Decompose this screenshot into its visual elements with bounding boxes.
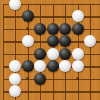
white-stone[interactable]: [9, 85, 21, 97]
intersection-8-0[interactable]: [96, 0, 100, 10]
white-stone[interactable]: [72, 60, 84, 72]
intersection-3-8[interactable]: [34, 97, 47, 100]
intersection-4-2[interactable]: [46, 22, 59, 35]
intersection-4-3[interactable]: [46, 35, 59, 48]
black-stone[interactable]: [59, 35, 71, 47]
star-point: [76, 77, 79, 80]
intersection-8-7[interactable]: [96, 85, 100, 98]
intersection-3-2[interactable]: [34, 22, 47, 35]
intersection-8-4[interactable]: [96, 47, 100, 60]
intersection-2-8[interactable]: [21, 97, 34, 100]
black-stone[interactable]: [59, 48, 71, 60]
black-stone[interactable]: [34, 48, 46, 60]
intersection-8-6[interactable]: [96, 72, 100, 85]
intersection-1-8[interactable]: [9, 97, 22, 100]
intersection-6-6[interactable]: [71, 72, 84, 85]
intersection-0-0[interactable]: [0, 0, 9, 10]
intersection-8-5[interactable]: [96, 60, 100, 73]
intersection-4-4[interactable]: [46, 47, 59, 60]
intersection-5-8[interactable]: [59, 97, 72, 100]
intersection-8-8[interactable]: [96, 97, 100, 100]
intersection-7-6[interactable]: [84, 72, 97, 85]
intersection-7-3[interactable]: [84, 35, 97, 48]
intersection-0-5[interactable]: [0, 60, 9, 73]
intersection-5-2[interactable]: [59, 22, 72, 35]
intersection-3-3[interactable]: [34, 35, 47, 48]
white-stone[interactable]: [84, 35, 96, 47]
intersection-2-5[interactable]: [21, 60, 34, 73]
intersection-1-3[interactable]: [9, 35, 22, 48]
black-stone[interactable]: [72, 23, 84, 35]
intersection-2-7[interactable]: [21, 85, 34, 98]
intersection-6-5[interactable]: [71, 60, 84, 73]
intersection-8-3[interactable]: [96, 35, 100, 48]
black-stone[interactable]: [47, 35, 59, 47]
intersection-4-7[interactable]: [46, 85, 59, 98]
black-stone[interactable]: [59, 23, 71, 35]
white-stone[interactable]: [47, 48, 59, 60]
intersection-0-1[interactable]: [0, 10, 9, 23]
star-point: [26, 27, 29, 30]
intersection-4-8[interactable]: [46, 97, 59, 100]
intersection-3-5[interactable]: [34, 60, 47, 73]
intersection-6-0[interactable]: [71, 0, 84, 10]
black-stone[interactable]: [22, 10, 34, 22]
intersection-1-1[interactable]: [9, 10, 22, 23]
intersection-2-3[interactable]: [21, 35, 34, 48]
intersection-3-7[interactable]: [34, 85, 47, 98]
star-point: [26, 77, 29, 80]
intersection-2-4[interactable]: [21, 47, 34, 60]
intersection-0-6[interactable]: [0, 72, 9, 85]
intersection-7-0[interactable]: [84, 0, 97, 10]
black-stone[interactable]: [34, 73, 46, 85]
intersection-6-1[interactable]: [71, 10, 84, 23]
intersection-7-7[interactable]: [84, 85, 97, 98]
intersection-7-4[interactable]: [84, 47, 97, 60]
intersection-1-7[interactable]: [9, 85, 22, 98]
intersection-0-8[interactable]: [0, 97, 9, 100]
intersection-7-1[interactable]: [84, 10, 97, 23]
intersection-3-4[interactable]: [34, 47, 47, 60]
intersection-3-1[interactable]: [34, 10, 47, 23]
black-stone[interactable]: [47, 60, 59, 72]
white-stone[interactable]: [72, 48, 84, 60]
intersection-3-0[interactable]: [34, 0, 47, 10]
intersection-4-5[interactable]: [46, 60, 59, 73]
intersection-5-5[interactable]: [59, 60, 72, 73]
intersection-1-6[interactable]: [9, 72, 22, 85]
intersection-4-1[interactable]: [46, 10, 59, 23]
intersection-4-0[interactable]: [46, 0, 59, 10]
intersection-5-4[interactable]: [59, 47, 72, 60]
go-board: [0, 0, 100, 100]
intersection-5-6[interactable]: [59, 72, 72, 85]
intersection-2-1[interactable]: [21, 10, 34, 23]
intersection-1-5[interactable]: [9, 60, 22, 73]
intersection-6-4[interactable]: [71, 47, 84, 60]
intersection-8-2[interactable]: [96, 22, 100, 35]
intersection-1-2[interactable]: [9, 22, 22, 35]
white-stone[interactable]: [9, 0, 21, 10]
intersection-5-1[interactable]: [59, 10, 72, 23]
white-stone[interactable]: [72, 10, 84, 22]
intersection-6-2[interactable]: [71, 22, 84, 35]
intersection-1-4[interactable]: [9, 47, 22, 60]
intersection-0-2[interactable]: [0, 22, 9, 35]
intersection-2-0[interactable]: [21, 0, 34, 10]
intersection-3-6[interactable]: [34, 72, 47, 85]
intersection-5-0[interactable]: [59, 0, 72, 10]
white-stone[interactable]: [22, 35, 34, 47]
white-stone[interactable]: [9, 60, 21, 72]
intersection-7-5[interactable]: [84, 60, 97, 73]
intersection-1-0[interactable]: [9, 0, 22, 10]
intersection-2-2[interactable]: [21, 22, 34, 35]
white-stone[interactable]: [34, 60, 46, 72]
intersection-0-4[interactable]: [0, 47, 9, 60]
intersection-0-7[interactable]: [0, 85, 9, 98]
board-intersections: [0, 0, 100, 100]
intersection-0-3[interactable]: [0, 35, 9, 48]
intersection-6-8[interactable]: [71, 97, 84, 100]
black-stone[interactable]: [22, 60, 34, 72]
intersection-4-6[interactable]: [46, 72, 59, 85]
intersection-7-8[interactable]: [84, 97, 97, 100]
intersection-5-3[interactable]: [59, 35, 72, 48]
intersection-8-1[interactable]: [96, 10, 100, 23]
intersection-7-2[interactable]: [84, 22, 97, 35]
white-stone[interactable]: [59, 60, 71, 72]
intersection-5-7[interactable]: [59, 85, 72, 98]
black-stone[interactable]: [34, 23, 46, 35]
intersection-6-3[interactable]: [71, 35, 84, 48]
intersection-6-7[interactable]: [71, 85, 84, 98]
intersection-2-6[interactable]: [21, 72, 34, 85]
white-stone[interactable]: [9, 73, 21, 85]
black-stone[interactable]: [47, 23, 59, 35]
